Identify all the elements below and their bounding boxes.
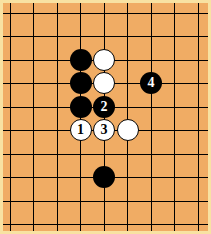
intersection-c4-r9[interactable] bbox=[92, 213, 116, 231]
intersection-c2-r3[interactable] bbox=[45, 72, 69, 96]
intersection-c0-r4[interactable] bbox=[3, 95, 22, 119]
intersection-c3-r5[interactable]: 1 bbox=[69, 119, 93, 143]
intersection-c4-r1[interactable] bbox=[92, 25, 116, 49]
intersection-c0-r8[interactable] bbox=[3, 189, 22, 213]
intersection-c2-r7[interactable] bbox=[45, 166, 69, 190]
intersection-c1-r8[interactable] bbox=[22, 189, 46, 213]
intersection-c8-r6[interactable] bbox=[186, 142, 208, 166]
intersection-c3-r7[interactable] bbox=[69, 166, 93, 190]
intersection-c0-r7[interactable] bbox=[3, 166, 22, 190]
intersection-c3-r9[interactable] bbox=[69, 213, 93, 231]
intersection-c1-r0[interactable] bbox=[22, 3, 46, 25]
intersection-c5-r8[interactable] bbox=[116, 189, 140, 213]
intersection-c7-r2[interactable] bbox=[163, 48, 187, 72]
intersection-c2-r2[interactable] bbox=[45, 48, 69, 72]
intersection-c7-r5[interactable] bbox=[163, 119, 187, 143]
intersection-c7-r7[interactable] bbox=[163, 166, 187, 190]
intersection-c8-r3[interactable] bbox=[186, 72, 208, 96]
intersection-c8-r2[interactable] bbox=[186, 48, 208, 72]
intersection-c7-r1[interactable] bbox=[163, 25, 187, 49]
intersection-c6-r6[interactable] bbox=[139, 142, 163, 166]
white-stone bbox=[93, 72, 115, 94]
intersection-c4-r7[interactable] bbox=[92, 166, 116, 190]
intersection-c8-r0[interactable] bbox=[186, 3, 208, 25]
intersection-c1-r4[interactable] bbox=[22, 95, 46, 119]
intersection-c5-r2[interactable] bbox=[116, 48, 140, 72]
intersection-c7-r0[interactable] bbox=[163, 3, 187, 25]
intersection-c1-r3[interactable] bbox=[22, 72, 46, 96]
intersection-c1-r9[interactable] bbox=[22, 213, 46, 231]
white-stone bbox=[117, 119, 139, 141]
intersection-c2-r0[interactable] bbox=[45, 3, 69, 25]
intersection-c8-r8[interactable] bbox=[186, 189, 208, 213]
intersection-c6-r8[interactable] bbox=[139, 189, 163, 213]
intersection-c6-r2[interactable] bbox=[139, 48, 163, 72]
intersection-c5-r0[interactable] bbox=[116, 3, 140, 25]
intersection-c1-r1[interactable] bbox=[22, 25, 46, 49]
intersection-c0-r0[interactable] bbox=[3, 3, 22, 25]
intersection-c2-r9[interactable] bbox=[45, 213, 69, 231]
intersection-c5-r1[interactable] bbox=[116, 25, 140, 49]
intersection-c6-r5[interactable] bbox=[139, 119, 163, 143]
intersection-c4-r3[interactable] bbox=[92, 72, 116, 96]
black-stone bbox=[70, 72, 92, 94]
intersection-c6-r4[interactable] bbox=[139, 95, 163, 119]
intersection-c1-r5[interactable] bbox=[22, 119, 46, 143]
move-number: 3 bbox=[101, 123, 108, 137]
intersection-c0-r5[interactable] bbox=[3, 119, 22, 143]
intersection-c8-r4[interactable] bbox=[186, 95, 208, 119]
board-grid: 4213 bbox=[3, 3, 208, 231]
intersection-c4-r0[interactable] bbox=[92, 3, 116, 25]
intersection-c0-r6[interactable] bbox=[3, 142, 22, 166]
intersection-c2-r8[interactable] bbox=[45, 189, 69, 213]
intersection-c4-r6[interactable] bbox=[92, 142, 116, 166]
intersection-c0-r2[interactable] bbox=[3, 48, 22, 72]
black-stone-move-4: 4 bbox=[140, 72, 162, 94]
intersection-c2-r1[interactable] bbox=[45, 25, 69, 49]
intersection-c3-r6[interactable] bbox=[69, 142, 93, 166]
white-stone-move-1: 1 bbox=[70, 119, 92, 141]
intersection-c5-r7[interactable] bbox=[116, 166, 140, 190]
move-number: 2 bbox=[101, 100, 108, 114]
intersection-c7-r3[interactable] bbox=[163, 72, 187, 96]
move-number: 1 bbox=[77, 123, 84, 137]
intersection-c1-r7[interactable] bbox=[22, 166, 46, 190]
black-stone bbox=[93, 166, 115, 188]
intersection-c4-r2[interactable] bbox=[92, 48, 116, 72]
intersection-c2-r4[interactable] bbox=[45, 95, 69, 119]
white-stone bbox=[93, 49, 115, 71]
intersection-c6-r1[interactable] bbox=[139, 25, 163, 49]
intersection-c4-r5[interactable]: 3 bbox=[92, 119, 116, 143]
black-stone-move-2: 2 bbox=[93, 96, 115, 118]
intersection-c8-r5[interactable] bbox=[186, 119, 208, 143]
intersection-c5-r6[interactable] bbox=[116, 142, 140, 166]
intersection-c6-r3[interactable]: 4 bbox=[139, 72, 163, 96]
intersection-c5-r3[interactable] bbox=[116, 72, 140, 96]
intersection-c6-r9[interactable] bbox=[139, 213, 163, 231]
intersection-c4-r8[interactable] bbox=[92, 189, 116, 213]
intersection-c0-r3[interactable] bbox=[3, 72, 22, 96]
intersection-c7-r6[interactable] bbox=[163, 142, 187, 166]
intersection-c2-r6[interactable] bbox=[45, 142, 69, 166]
intersection-c3-r4[interactable] bbox=[69, 95, 93, 119]
intersection-c6-r7[interactable] bbox=[139, 166, 163, 190]
intersection-c3-r0[interactable] bbox=[69, 3, 93, 25]
intersection-c8-r7[interactable] bbox=[186, 166, 208, 190]
intersection-c7-r8[interactable] bbox=[163, 189, 187, 213]
intersection-c8-r9[interactable] bbox=[186, 213, 208, 231]
intersection-c0-r1[interactable] bbox=[3, 25, 22, 49]
intersection-c7-r4[interactable] bbox=[163, 95, 187, 119]
intersection-c1-r2[interactable] bbox=[22, 48, 46, 72]
go-board: 4213 bbox=[3, 3, 208, 231]
intersection-c6-r0[interactable] bbox=[139, 3, 163, 25]
intersection-c1-r6[interactable] bbox=[22, 142, 46, 166]
intersection-c3-r3[interactable] bbox=[69, 72, 93, 96]
intersection-c0-r9[interactable] bbox=[3, 213, 22, 231]
intersection-c5-r9[interactable] bbox=[116, 213, 140, 231]
white-stone-move-3: 3 bbox=[93, 119, 115, 141]
black-stone bbox=[70, 49, 92, 71]
go-diagram: 4213 bbox=[0, 0, 211, 234]
intersection-c7-r9[interactable] bbox=[163, 213, 187, 231]
intersection-c3-r2[interactable] bbox=[69, 48, 93, 72]
intersection-c2-r5[interactable] bbox=[45, 119, 69, 143]
intersection-c3-r8[interactable] bbox=[69, 189, 93, 213]
intersection-c3-r1[interactable] bbox=[69, 25, 93, 49]
intersection-c5-r4[interactable] bbox=[116, 95, 140, 119]
move-number: 4 bbox=[148, 76, 155, 90]
black-stone bbox=[70, 96, 92, 118]
intersection-c4-r4[interactable]: 2 bbox=[92, 95, 116, 119]
intersection-c5-r5[interactable] bbox=[116, 119, 140, 143]
intersection-c8-r1[interactable] bbox=[186, 25, 208, 49]
